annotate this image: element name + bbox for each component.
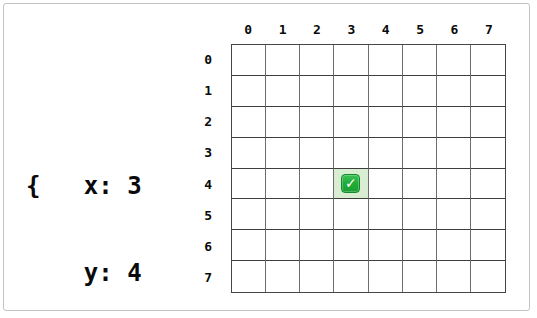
check-mark-glyph: ✓ — [345, 176, 357, 190]
cell-x3-y2[interactable] — [334, 107, 368, 138]
cell-x3-y7[interactable] — [334, 261, 368, 292]
row-header-0: 0 — [186, 44, 212, 75]
cell-x2-y5[interactable] — [300, 199, 334, 230]
cell-x1-y4[interactable] — [266, 169, 300, 200]
cell-x7-y2[interactable] — [471, 107, 505, 138]
cell-x1-y6[interactable] — [266, 230, 300, 261]
grid-board: ✓ — [231, 44, 506, 293]
outer-frame: { x: 3 y: 4 zoom: 3 } 01234567 01234567 … — [3, 3, 530, 311]
col-header-5: 5 — [403, 20, 437, 38]
cell-x6-y5[interactable] — [437, 199, 471, 230]
cell-x0-y5[interactable] — [232, 199, 266, 230]
cell-x7-y5[interactable] — [471, 199, 505, 230]
row-header-1: 1 — [186, 75, 212, 106]
cell-x3-y1[interactable] — [334, 76, 368, 107]
col-header-4: 4 — [369, 20, 403, 38]
cell-x0-y6[interactable] — [232, 230, 266, 261]
cell-x4-y4[interactable] — [369, 169, 403, 200]
cell-x1-y7[interactable] — [266, 261, 300, 292]
col-header-6: 6 — [437, 20, 471, 38]
cell-x1-y2[interactable] — [266, 107, 300, 138]
cell-x5-y5[interactable] — [403, 199, 437, 230]
cell-x7-y1[interactable] — [471, 76, 505, 107]
cell-x6-y2[interactable] — [437, 107, 471, 138]
cell-x6-y4[interactable] — [437, 169, 471, 200]
cell-x0-y2[interactable] — [232, 107, 266, 138]
row-header-3: 3 — [186, 137, 212, 168]
readout-line-y: y: 4 — [26, 259, 171, 288]
cell-x2-y1[interactable] — [300, 76, 334, 107]
cell-x5-y1[interactable] — [403, 76, 437, 107]
cell-x0-y3[interactable] — [232, 138, 266, 169]
cell-x6-y6[interactable] — [437, 230, 471, 261]
col-header-3: 3 — [334, 20, 368, 38]
cell-x0-y4[interactable] — [232, 169, 266, 200]
cell-x5-y3[interactable] — [403, 138, 437, 169]
readout-line-open-x: { x: 3 — [26, 172, 171, 201]
cell-x5-y2[interactable] — [403, 107, 437, 138]
cell-x4-y0[interactable] — [369, 45, 403, 76]
cell-x4-y7[interactable] — [369, 261, 403, 292]
cell-x4-y1[interactable] — [369, 76, 403, 107]
cell-x3-y4[interactable]: ✓ — [334, 169, 368, 200]
cell-x2-y0[interactable] — [300, 45, 334, 76]
cell-x7-y4[interactable] — [471, 169, 505, 200]
col-header-7: 7 — [472, 20, 506, 38]
cell-x2-y6[interactable] — [300, 230, 334, 261]
cell-x0-y1[interactable] — [232, 76, 266, 107]
cell-x4-y2[interactable] — [369, 107, 403, 138]
cell-x3-y5[interactable] — [334, 199, 368, 230]
cell-x6-y1[interactable] — [437, 76, 471, 107]
col-header-2: 2 — [300, 20, 334, 38]
cell-x6-y7[interactable] — [437, 261, 471, 292]
col-header-1: 1 — [265, 20, 299, 38]
cell-x7-y6[interactable] — [471, 230, 505, 261]
cell-x7-y0[interactable] — [471, 45, 505, 76]
row-header-2: 2 — [186, 106, 212, 137]
row-header-5: 5 — [186, 200, 212, 231]
cell-x4-y6[interactable] — [369, 230, 403, 261]
cell-x4-y5[interactable] — [369, 199, 403, 230]
cell-x2-y2[interactable] — [300, 107, 334, 138]
cell-x5-y6[interactable] — [403, 230, 437, 261]
cell-x6-y3[interactable] — [437, 138, 471, 169]
check-icon: ✓ — [341, 174, 360, 193]
cell-x1-y5[interactable] — [266, 199, 300, 230]
cell-x1-y1[interactable] — [266, 76, 300, 107]
cell-x0-y0[interactable] — [232, 45, 266, 76]
cell-x0-y7[interactable] — [232, 261, 266, 292]
column-headers: 01234567 — [231, 20, 506, 38]
cell-x2-y7[interactable] — [300, 261, 334, 292]
cell-x7-y7[interactable] — [471, 261, 505, 292]
cell-x2-y3[interactable] — [300, 138, 334, 169]
cell-x1-y0[interactable] — [266, 45, 300, 76]
cell-x3-y3[interactable] — [334, 138, 368, 169]
row-header-7: 7 — [186, 262, 212, 293]
cell-x3-y0[interactable] — [334, 45, 368, 76]
row-header-4: 4 — [186, 169, 212, 200]
coords-readout: { x: 3 y: 4 zoom: 3 } — [26, 114, 171, 318]
cell-x5-y0[interactable] — [403, 45, 437, 76]
cell-x1-y3[interactable] — [266, 138, 300, 169]
cell-x4-y3[interactable] — [369, 138, 403, 169]
row-headers: 01234567 — [186, 44, 212, 293]
cell-x6-y0[interactable] — [437, 45, 471, 76]
cell-x2-y4[interactable] — [300, 169, 334, 200]
cell-x7-y3[interactable] — [471, 138, 505, 169]
row-header-6: 6 — [186, 231, 212, 262]
cell-x5-y4[interactable] — [403, 169, 437, 200]
cell-x5-y7[interactable] — [403, 261, 437, 292]
cell-x3-y6[interactable] — [334, 230, 368, 261]
col-header-0: 0 — [231, 20, 265, 38]
